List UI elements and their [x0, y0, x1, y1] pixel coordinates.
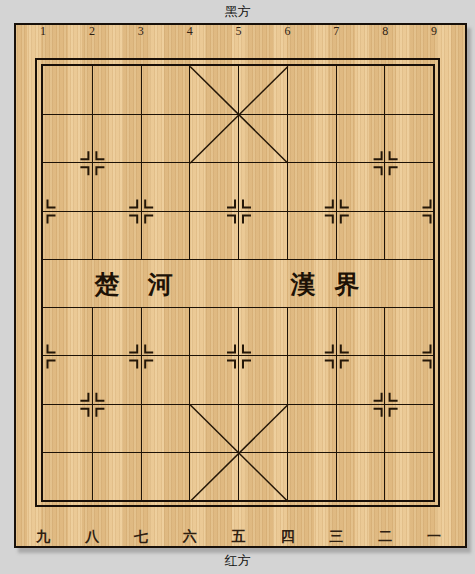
board-cell [336, 452, 385, 500]
board-cell [189, 66, 238, 114]
board-cell [43, 114, 92, 162]
board-cell [141, 355, 190, 403]
board-cell [141, 404, 190, 452]
board-cell [287, 162, 336, 210]
board-cell [287, 307, 336, 355]
board-cell [336, 66, 385, 114]
board-cell [92, 66, 141, 114]
file-label: 五 [227, 528, 251, 544]
board-cell [336, 114, 385, 162]
river-cell [238, 259, 287, 307]
file-label: 3 [129, 24, 153, 40]
board-cell [92, 404, 141, 452]
board-cell [384, 211, 433, 259]
board-cell [287, 452, 336, 500]
board-cell [141, 114, 190, 162]
board-cell [43, 66, 92, 114]
board-cell [238, 307, 287, 355]
file-labels-top: 1 2 3 4 5 6 7 8 9 [31, 24, 446, 40]
river-inscription: 漢 [288, 270, 318, 300]
board-cell [141, 211, 190, 259]
board-cell [238, 66, 287, 114]
board-cell [43, 211, 92, 259]
file-label: 1 [31, 24, 55, 40]
river-inscription: 楚 [92, 270, 122, 300]
river-cell [189, 259, 238, 307]
board-cell [384, 452, 433, 500]
file-label: 九 [31, 528, 55, 544]
board-cell [336, 355, 385, 403]
board-cell [43, 404, 92, 452]
board-cell [384, 162, 433, 210]
board-cell [43, 452, 92, 500]
board-cell [92, 307, 141, 355]
river-inscription: 河 [145, 270, 175, 300]
black-side-label: 黑方 [0, 3, 475, 21]
board-cell [336, 404, 385, 452]
board-cell [336, 162, 385, 210]
board-cell [336, 307, 385, 355]
board-cell [384, 404, 433, 452]
board-cell [141, 66, 190, 114]
board-cell [238, 452, 287, 500]
page: 黑方 1 2 3 4 5 6 7 8 9 楚 河 漢 界 [0, 0, 475, 574]
board-cell [189, 114, 238, 162]
board-cell [287, 66, 336, 114]
board-cell [189, 404, 238, 452]
board-cell [384, 66, 433, 114]
board-cell [92, 114, 141, 162]
river-cell [43, 259, 92, 307]
xiangqi-board[interactable]: 1 2 3 4 5 6 7 8 9 楚 河 漢 界 九 八 [14, 23, 467, 548]
board-cell [384, 114, 433, 162]
board-cell [189, 211, 238, 259]
board-cell [238, 162, 287, 210]
file-label: 六 [178, 528, 202, 544]
board-cell [287, 211, 336, 259]
board-cell [287, 114, 336, 162]
board-cell [336, 211, 385, 259]
board-cell [189, 355, 238, 403]
file-label: 6 [275, 24, 299, 40]
board-cell [238, 355, 287, 403]
file-label: 八 [80, 528, 104, 544]
file-label: 9 [422, 24, 446, 40]
file-label: 七 [129, 528, 153, 544]
file-label: 四 [275, 528, 299, 544]
file-label: 三 [324, 528, 348, 544]
file-label: 5 [227, 24, 251, 40]
board-cell [92, 452, 141, 500]
file-labels-bottom: 九 八 七 六 五 四 三 二 一 [31, 528, 446, 544]
board-cell [287, 404, 336, 452]
board-cell [43, 355, 92, 403]
board-cell [141, 452, 190, 500]
file-label: 2 [80, 24, 104, 40]
file-label: 二 [373, 528, 397, 544]
board-cell [92, 211, 141, 259]
board-cell [189, 452, 238, 500]
board-cell [189, 307, 238, 355]
board-cell [92, 355, 141, 403]
river-inscription: 界 [332, 270, 362, 300]
board-cell [238, 114, 287, 162]
board-cell [189, 162, 238, 210]
board-cell [92, 162, 141, 210]
board-cell [43, 162, 92, 210]
board-cell [384, 355, 433, 403]
board-cell [384, 307, 433, 355]
board-cell [238, 404, 287, 452]
board-cell [43, 307, 92, 355]
file-label: 8 [373, 24, 397, 40]
board-cell [287, 355, 336, 403]
river-cell [384, 259, 433, 307]
board-cell [238, 211, 287, 259]
board-cell [141, 162, 190, 210]
file-label: 7 [324, 24, 348, 40]
red-side-label: 红方 [0, 552, 475, 570]
file-label: 一 [422, 528, 446, 544]
file-label: 4 [178, 24, 202, 40]
board-cell [141, 307, 190, 355]
